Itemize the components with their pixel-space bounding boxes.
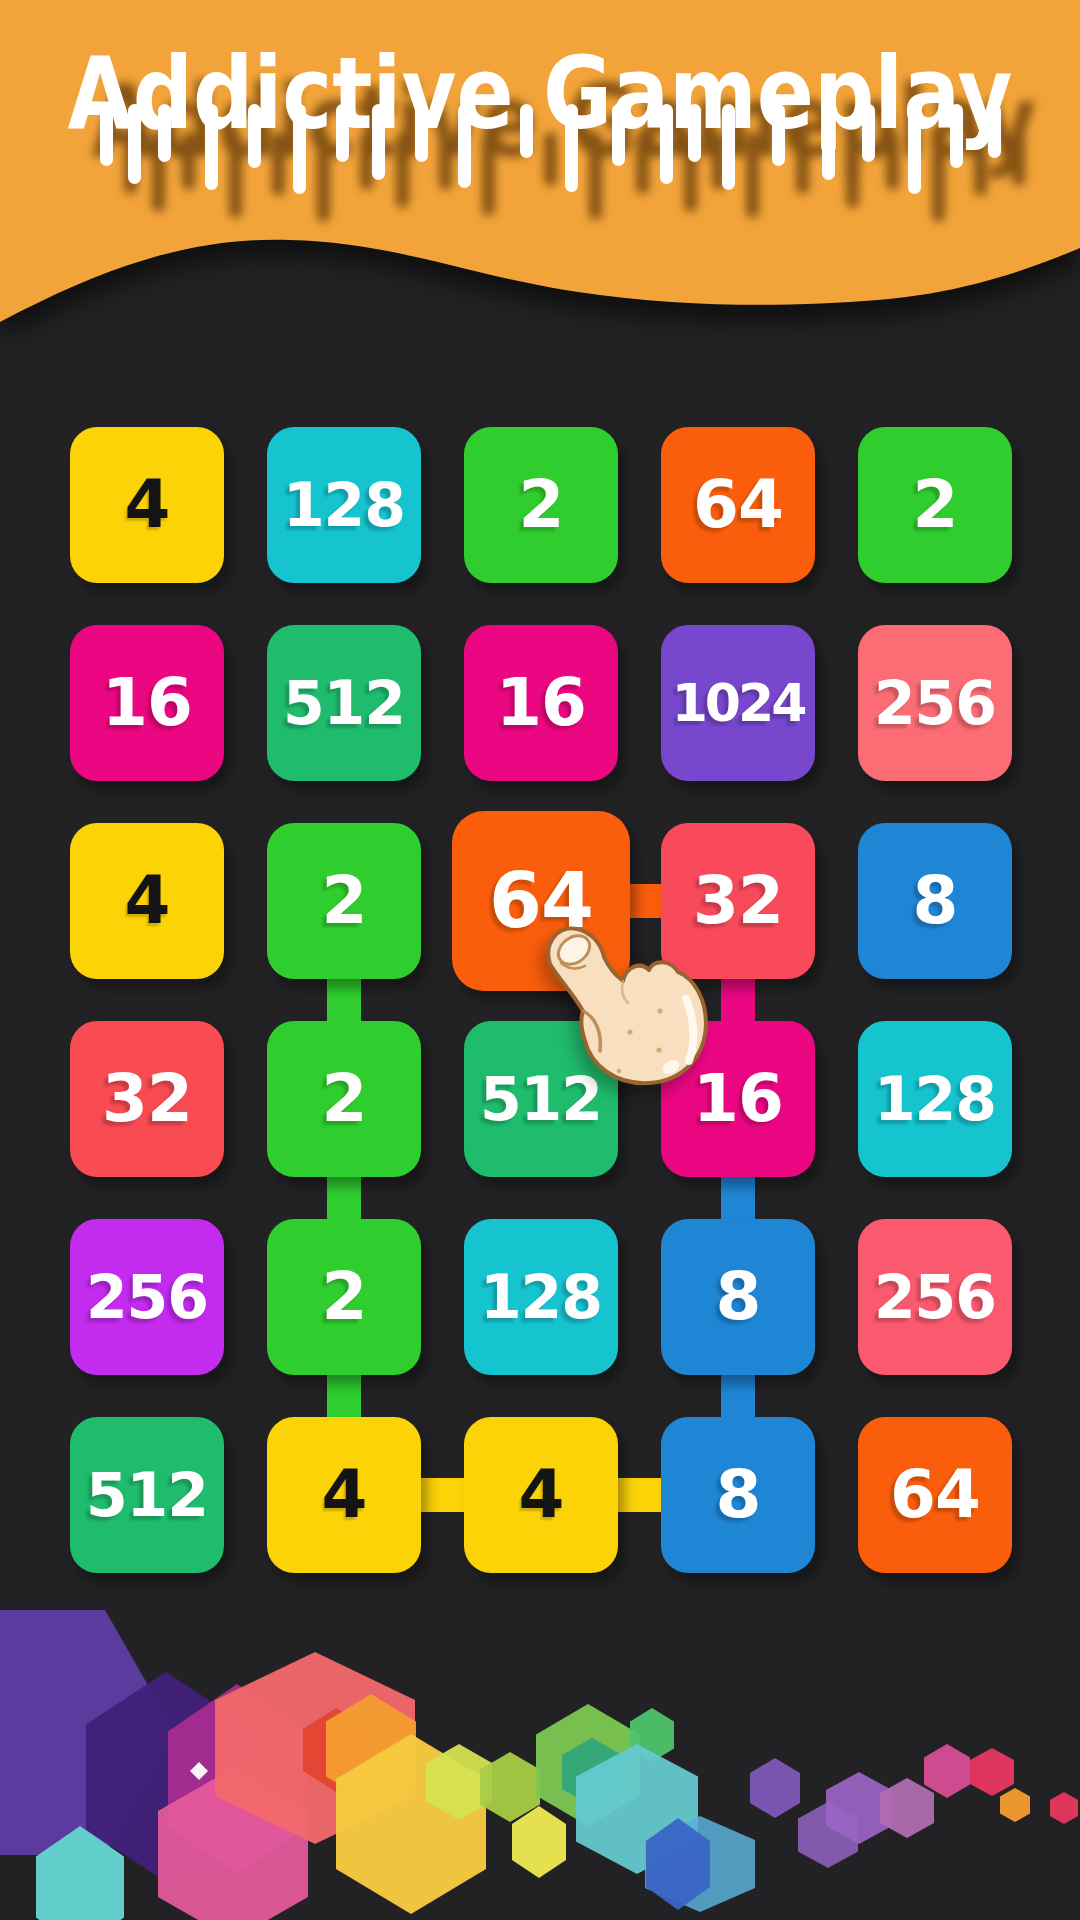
tile-2-r4c2[interactable]: 2	[267, 1021, 421, 1177]
tile-1024-r2c4[interactable]: 1024	[661, 625, 815, 781]
tile-4-r3c1[interactable]: 4	[70, 823, 224, 979]
tile-256-r2c5[interactable]: 256	[858, 625, 1012, 781]
tile-16-r2c1[interactable]: 16	[70, 625, 224, 781]
tile-8-r6c4[interactable]: 8	[661, 1417, 815, 1573]
tile-4-r1c1[interactable]: 4	[70, 427, 224, 583]
tile-256-r5c5[interactable]: 256	[858, 1219, 1012, 1375]
tile-128-r5c3[interactable]: 128	[464, 1219, 618, 1375]
screen: Addictive Gameplay 412826421651216102425…	[0, 0, 1080, 1920]
tile-512-r6c1[interactable]: 512	[70, 1417, 224, 1573]
tile-8-r5c4[interactable]: 8	[661, 1219, 815, 1375]
tile-4-r6c3[interactable]: 4	[464, 1417, 618, 1573]
tile-8-r3c5[interactable]: 8	[858, 823, 1012, 979]
tile-256-r5c1[interactable]: 256	[70, 1219, 224, 1375]
tile-128-r4c5[interactable]: 128	[858, 1021, 1012, 1177]
tile-2-r5c2[interactable]: 2	[267, 1219, 421, 1375]
tile-4-r6c2[interactable]: 4	[267, 1417, 421, 1573]
tile-64-r6c5[interactable]: 64	[858, 1417, 1012, 1573]
hand-cursor	[543, 923, 719, 1099]
tile-2-r1c5[interactable]: 2	[858, 427, 1012, 583]
tile-2-r1c3[interactable]: 2	[464, 427, 618, 583]
game-board: 4128264216512161024256426432832251216128…	[0, 0, 1080, 1920]
tile-128-r1c2[interactable]: 128	[267, 427, 421, 583]
tile-32-r4c1[interactable]: 32	[70, 1021, 224, 1177]
tile-512-r2c2[interactable]: 512	[267, 625, 421, 781]
tile-2-r3c2[interactable]: 2	[267, 823, 421, 979]
tile-16-r2c3[interactable]: 16	[464, 625, 618, 781]
tile-64-r1c4[interactable]: 64	[661, 427, 815, 583]
